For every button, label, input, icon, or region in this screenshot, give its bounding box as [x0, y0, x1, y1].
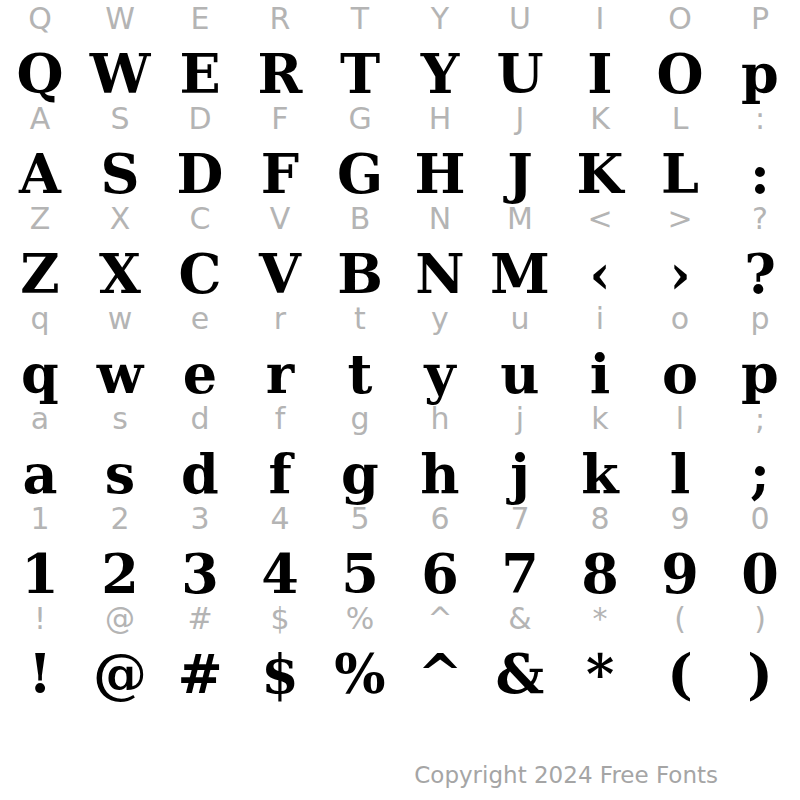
display-char: E [179, 42, 220, 106]
display-char: d [181, 442, 219, 506]
reference-char: T [351, 1, 369, 36]
display-char: S [101, 142, 140, 206]
display-char: t [348, 342, 373, 406]
display-char: f [268, 442, 291, 506]
display-char: r [266, 342, 294, 406]
reference-char: Q [28, 1, 52, 36]
display-row: ZXCVBNM‹›? [0, 242, 800, 306]
display-char: M [490, 242, 550, 306]
display-char: p [741, 42, 779, 106]
display-char: o [662, 342, 698, 406]
display-char: Z [20, 242, 59, 306]
display-char: 5 [341, 542, 379, 606]
row-pair: QWERTYUIOPQWERTYUIOp [0, 0, 800, 100]
display-char: ) [747, 642, 773, 706]
display-char: w [97, 342, 144, 406]
display-char: F [261, 142, 299, 206]
display-char: 3 [181, 542, 219, 606]
reference-char: O [668, 1, 692, 36]
display-char: Q [16, 42, 63, 106]
display-char: X [99, 242, 141, 306]
display-char: A [19, 142, 61, 206]
display-char: k [581, 442, 618, 506]
reference-char: U [509, 1, 531, 36]
display-char: g [341, 442, 379, 506]
display-char: ‹ [589, 242, 611, 306]
display-row: qwertyuiop [0, 342, 800, 406]
display-char: % [334, 642, 385, 706]
display-char: Y [421, 42, 460, 106]
row-pair: asdfghjkl;asdfghjkl; [0, 400, 800, 500]
display-char: 4 [261, 542, 299, 606]
reference-char: R [270, 1, 291, 36]
display-char: h [420, 442, 459, 506]
display-char: ( [667, 642, 693, 706]
display-char: V [259, 242, 301, 306]
display-char: y [424, 342, 455, 406]
display-char: K [577, 142, 624, 206]
display-char: @ [93, 642, 147, 706]
display-char: s [105, 442, 135, 506]
character-map: QWERTYUIOPQWERTYUIOpASDFGHJKL:ASDFGHJKL:… [0, 0, 800, 700]
display-char: * [586, 642, 614, 706]
display-char: ^ [417, 642, 462, 706]
display-char: D [177, 142, 224, 206]
display-char: ; [750, 442, 770, 506]
display-char: j [510, 442, 530, 506]
reference-row: QWERTYUIOP [0, 0, 800, 36]
display-char: C [179, 242, 222, 306]
display-char: ? [744, 242, 776, 306]
display-char: l [670, 442, 691, 506]
display-char: N [415, 242, 464, 306]
display-char: › [669, 242, 691, 306]
row-pair: ASDFGHJKL:ASDFGHJKL: [0, 100, 800, 200]
row-pair: 12345678901234567890 [0, 500, 800, 600]
display-char: # [177, 642, 222, 706]
display-row: QWERTYUIOp [0, 42, 800, 106]
display-row: 1234567890 [0, 542, 800, 606]
display-char: 8 [581, 542, 619, 606]
display-char: : [750, 142, 770, 206]
display-char: i [590, 342, 611, 406]
display-char: 9 [661, 542, 699, 606]
display-char: T [340, 42, 380, 106]
display-char: p [741, 342, 779, 406]
display-char: G [337, 142, 383, 206]
display-char: u [500, 342, 539, 406]
display-row: !@#$%^&*() [0, 642, 800, 706]
display-char: $ [261, 642, 299, 706]
display-char: 1 [21, 542, 59, 606]
display-row: ASDFGHJKL: [0, 142, 800, 206]
display-char: H [414, 142, 465, 206]
display-char: L [661, 142, 699, 206]
display-char: q [21, 342, 59, 406]
reference-char: I [596, 1, 605, 36]
reference-char: P [751, 1, 769, 36]
display-char: B [337, 242, 383, 306]
display-char: W [90, 42, 151, 106]
display-char: U [496, 42, 543, 106]
copyright-text: Copyright 2024 Free Fonts [414, 762, 718, 788]
display-char: ! [28, 642, 52, 706]
display-char: 7 [501, 542, 539, 606]
display-char: 6 [421, 542, 459, 606]
display-char: & [496, 642, 545, 706]
display-char: 2 [101, 542, 139, 606]
display-char: a [23, 442, 58, 506]
reference-char: Y [431, 1, 449, 36]
display-char: O [656, 42, 703, 106]
display-row: asdfghjkl; [0, 442, 800, 506]
reference-char: W [105, 1, 135, 36]
reference-char: E [191, 1, 210, 36]
display-char: 0 [741, 542, 779, 606]
display-char: I [587, 42, 612, 106]
row-pair: qwertyuiopqwertyuiop [0, 300, 800, 400]
display-char: J [507, 142, 533, 206]
display-char: R [258, 42, 303, 106]
row-pair: !@#$%^&*()!@#$%^&*() [0, 600, 800, 700]
display-char: e [183, 342, 217, 406]
row-pair: ZXCVBNM<>?ZXCVBNM‹›? [0, 200, 800, 300]
